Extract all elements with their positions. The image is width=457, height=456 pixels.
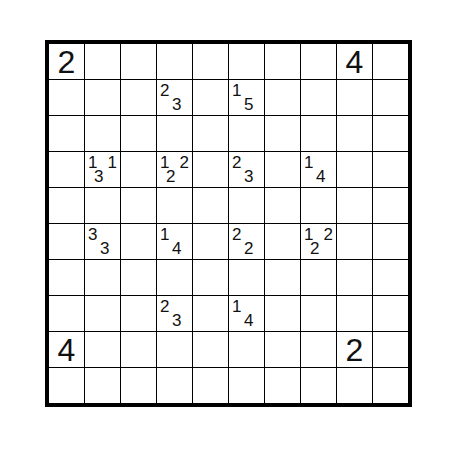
cell-6-8[interactable]	[337, 260, 372, 295]
cell-6-4[interactable]	[193, 260, 228, 295]
cell-2-7[interactable]	[301, 116, 336, 151]
cell-9-4[interactable]	[193, 368, 228, 403]
cell-4-1[interactable]	[85, 188, 120, 223]
cell-7-6[interactable]	[265, 296, 300, 331]
clue-digit: 2	[337, 332, 372, 367]
cell-1-8[interactable]	[337, 80, 372, 115]
clue-digit: 1	[232, 82, 241, 99]
clue-cell-3-1: 113	[85, 152, 120, 187]
clue-digit: 4	[337, 44, 372, 79]
cell-2-0[interactable]	[49, 116, 84, 151]
clue-digit: 2	[310, 240, 319, 257]
clue-digit: 4	[244, 312, 253, 329]
cell-2-8[interactable]	[337, 116, 372, 151]
cell-5-9[interactable]	[373, 224, 408, 259]
clue-digit: 5	[244, 96, 253, 113]
clue-cell-8-0: 4	[49, 332, 84, 367]
cell-9-6[interactable]	[265, 368, 300, 403]
cell-0-2[interactable]	[121, 44, 156, 79]
clue-digit: 2	[160, 82, 169, 99]
cell-0-1[interactable]	[85, 44, 120, 79]
cell-6-1[interactable]	[85, 260, 120, 295]
cell-4-9[interactable]	[373, 188, 408, 223]
cell-7-2[interactable]	[121, 296, 156, 331]
cell-0-9[interactable]	[373, 44, 408, 79]
cell-6-0[interactable]	[49, 260, 84, 295]
cell-9-2[interactable]	[121, 368, 156, 403]
cell-2-1[interactable]	[85, 116, 120, 151]
cell-2-5[interactable]	[229, 116, 264, 151]
cell-6-7[interactable]	[301, 260, 336, 295]
cell-9-5[interactable]	[229, 368, 264, 403]
clue-digit: 2	[324, 226, 333, 243]
tapa-board: 2423151131222314331422122231442	[45, 40, 412, 407]
clue-digit: 3	[100, 240, 109, 257]
clue-digit: 3	[244, 168, 253, 185]
clue-cell-3-5: 23	[229, 152, 264, 187]
cell-1-0[interactable]	[49, 80, 84, 115]
cell-2-9[interactable]	[373, 116, 408, 151]
cell-2-2[interactable]	[121, 116, 156, 151]
clue-cell-1-5: 15	[229, 80, 264, 115]
clue-cell-3-3: 122	[157, 152, 192, 187]
cell-9-9[interactable]	[373, 368, 408, 403]
cell-7-8[interactable]	[337, 296, 372, 331]
clue-digit: 4	[172, 240, 181, 257]
cell-8-5[interactable]	[229, 332, 264, 367]
clue-cell-5-1: 33	[85, 224, 120, 259]
cell-4-7[interactable]	[301, 188, 336, 223]
cell-2-3[interactable]	[157, 116, 192, 151]
clue-cell-1-3: 23	[157, 80, 192, 115]
cell-8-3[interactable]	[157, 332, 192, 367]
cell-9-0[interactable]	[49, 368, 84, 403]
cell-9-3[interactable]	[157, 368, 192, 403]
clue-digit: 2	[160, 298, 169, 315]
cell-0-5[interactable]	[229, 44, 264, 79]
cell-1-4[interactable]	[193, 80, 228, 115]
clue-digit: 3	[172, 312, 181, 329]
clue-cell-3-7: 14	[301, 152, 336, 187]
cell-8-7[interactable]	[301, 332, 336, 367]
cell-9-7[interactable]	[301, 368, 336, 403]
clue-digit: 3	[94, 168, 103, 185]
cell-5-4[interactable]	[193, 224, 228, 259]
cell-3-2[interactable]	[121, 152, 156, 187]
cell-7-9[interactable]	[373, 296, 408, 331]
cell-8-4[interactable]	[193, 332, 228, 367]
clue-digit: 2	[49, 44, 84, 79]
clue-cell-7-5: 14	[229, 296, 264, 331]
clue-digit: 1	[304, 154, 313, 171]
cell-0-6[interactable]	[265, 44, 300, 79]
clue-digit: 2	[232, 226, 241, 243]
clue-digit: 2	[180, 154, 189, 171]
cell-3-8[interactable]	[337, 152, 372, 187]
clue-digit: 2	[244, 240, 253, 257]
cell-3-0[interactable]	[49, 152, 84, 187]
cell-8-9[interactable]	[373, 332, 408, 367]
clue-digit: 1	[232, 298, 241, 315]
cell-1-2[interactable]	[121, 80, 156, 115]
cell-7-4[interactable]	[193, 296, 228, 331]
cell-9-8[interactable]	[337, 368, 372, 403]
clue-digit: 3	[172, 96, 181, 113]
clue-digit: 1	[108, 154, 117, 171]
cell-4-2[interactable]	[121, 188, 156, 223]
cell-4-5[interactable]	[229, 188, 264, 223]
cell-1-6[interactable]	[265, 80, 300, 115]
cell-0-4[interactable]	[193, 44, 228, 79]
cell-8-1[interactable]	[85, 332, 120, 367]
cell-1-1[interactable]	[85, 80, 120, 115]
cell-5-0[interactable]	[49, 224, 84, 259]
cell-6-5[interactable]	[229, 260, 264, 295]
cell-6-6[interactable]	[265, 260, 300, 295]
cell-3-9[interactable]	[373, 152, 408, 187]
cell-2-6[interactable]	[265, 116, 300, 151]
cell-7-7[interactable]	[301, 296, 336, 331]
cell-4-8[interactable]	[337, 188, 372, 223]
clue-cell-0-8: 4	[337, 44, 372, 79]
clue-digit: 2	[232, 154, 241, 171]
cell-1-9[interactable]	[373, 80, 408, 115]
cell-3-6[interactable]	[265, 152, 300, 187]
cell-4-4[interactable]	[193, 188, 228, 223]
cell-2-4[interactable]	[193, 116, 228, 151]
cell-8-2[interactable]	[121, 332, 156, 367]
cell-3-4[interactable]	[193, 152, 228, 187]
cell-4-3[interactable]	[157, 188, 192, 223]
clue-digit: 3	[88, 226, 97, 243]
clue-cell-0-0: 2	[49, 44, 84, 79]
clue-cell-5-7: 122	[301, 224, 336, 259]
cell-5-6[interactable]	[265, 224, 300, 259]
cell-4-0[interactable]	[49, 188, 84, 223]
clue-digit: 1	[160, 226, 169, 243]
cell-6-9[interactable]	[373, 260, 408, 295]
cell-5-2[interactable]	[121, 224, 156, 259]
cell-1-7[interactable]	[301, 80, 336, 115]
clue-cell-5-5: 22	[229, 224, 264, 259]
cell-8-6[interactable]	[265, 332, 300, 367]
clue-digit: 4	[316, 168, 325, 185]
cell-7-0[interactable]	[49, 296, 84, 331]
cell-6-3[interactable]	[157, 260, 192, 295]
cell-5-8[interactable]	[337, 224, 372, 259]
clue-digit: 4	[49, 332, 84, 367]
cell-0-7[interactable]	[301, 44, 336, 79]
cell-0-3[interactable]	[157, 44, 192, 79]
cell-4-6[interactable]	[265, 188, 300, 223]
clue-cell-5-3: 14	[157, 224, 192, 259]
clue-cell-7-3: 23	[157, 296, 192, 331]
clue-cell-8-8: 2	[337, 332, 372, 367]
clue-digit: 2	[166, 168, 175, 185]
cell-7-1[interactable]	[85, 296, 120, 331]
cell-6-2[interactable]	[121, 260, 156, 295]
cell-9-1[interactable]	[85, 368, 120, 403]
